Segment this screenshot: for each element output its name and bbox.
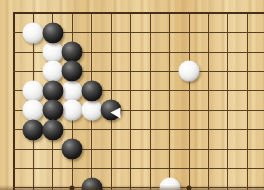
triangle-marker-icon — [111, 108, 121, 119]
stone-white — [23, 100, 44, 121]
stone-white — [62, 80, 83, 101]
grid-line-vertical — [130, 12, 131, 190]
stone-white — [23, 80, 44, 101]
stone-black — [42, 80, 63, 101]
stone-black — [62, 139, 83, 160]
stone-black — [42, 100, 63, 121]
board-bottom-shadow — [0, 185, 264, 190]
grid-line-horizontal — [13, 12, 264, 14]
stone-white — [81, 100, 102, 121]
stone-white — [179, 61, 200, 82]
grid-line-vertical — [208, 12, 209, 190]
grid-line-vertical — [169, 12, 170, 190]
grid-line-vertical — [13, 12, 15, 190]
go-board[interactable] — [0, 0, 264, 190]
stone-black — [101, 100, 122, 121]
grid-line-vertical — [227, 12, 228, 190]
grid-line-horizontal — [13, 168, 264, 169]
stone-white — [62, 100, 83, 121]
grid-line-vertical — [150, 12, 151, 190]
stone-white — [23, 22, 44, 43]
stone-black — [42, 22, 63, 43]
stone-black — [42, 119, 63, 140]
stone-black — [23, 119, 44, 140]
grid-line-vertical — [189, 12, 190, 190]
stone-white — [42, 61, 63, 82]
grid-line-vertical — [247, 12, 248, 190]
grid-line-horizontal — [13, 149, 264, 150]
stone-white — [42, 42, 63, 63]
stone-black — [81, 80, 102, 101]
stone-black — [62, 61, 83, 82]
stone-black — [62, 42, 83, 63]
